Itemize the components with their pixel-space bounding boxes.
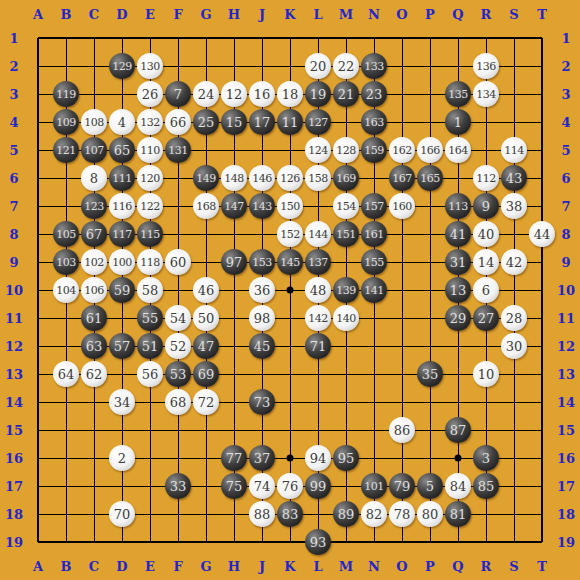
stone-black-C5[interactable]: 107 [81,137,107,163]
column-label-bottom-B: B [61,560,72,573]
move-number: 3 [482,452,490,465]
stone-black-R16[interactable]: 3 [473,445,499,471]
stone-white-C4[interactable]: 108 [81,109,107,135]
stone-black-B3[interactable]: 119 [53,81,79,107]
move-number: 167 [392,173,412,184]
stone-white-G7[interactable]: 168 [193,193,219,219]
move-number: 24 [198,88,215,101]
stone-white-M5[interactable]: 128 [333,137,359,163]
stone-white-Q17[interactable]: 84 [445,473,471,499]
stone-white-J18[interactable]: 88 [249,501,275,527]
column-label-top-A: A [33,8,43,21]
stone-white-R10[interactable]: 6 [473,277,499,303]
move-number: 45 [254,340,271,353]
row-label-right-17: 17 [557,480,575,493]
move-number: 143 [252,201,272,212]
move-number: 47 [198,340,215,353]
move-number: 13 [450,284,467,297]
move-number: 131 [168,145,188,156]
move-number: 6 [482,284,490,297]
stone-black-D2[interactable]: 129 [109,53,135,79]
move-number: 152 [280,229,300,240]
move-number: 17 [254,116,271,129]
stone-black-F17[interactable]: 33 [165,473,191,499]
stone-white-F4[interactable]: 66 [165,109,191,135]
stone-black-C8[interactable]: 67 [81,221,107,247]
column-label-bottom-N: N [368,560,380,573]
stone-black-K4[interactable]: 11 [277,109,303,135]
stone-black-J16[interactable]: 37 [249,445,275,471]
row-label-left-11: 11 [5,312,23,325]
stone-black-M8[interactable]: 151 [333,221,359,247]
move-number: 88 [254,508,271,521]
move-number: 119 [56,89,76,100]
move-number: 153 [252,257,272,268]
stone-white-N18[interactable]: 82 [361,501,387,527]
stone-black-L17[interactable]: 99 [305,473,331,499]
move-number: 11 [282,116,299,129]
stone-white-K17[interactable]: 76 [277,473,303,499]
stone-white-J3[interactable]: 16 [249,81,275,107]
stone-white-L8[interactable]: 144 [305,221,331,247]
stone-white-K7[interactable]: 150 [277,193,303,219]
stone-white-C9[interactable]: 102 [81,249,107,275]
stone-white-K3[interactable]: 18 [277,81,303,107]
row-label-left-16: 16 [5,452,23,465]
move-number: 15 [226,116,243,129]
stone-white-F9[interactable]: 60 [165,249,191,275]
stone-black-F13[interactable]: 53 [165,361,191,387]
stone-white-R8[interactable]: 40 [473,221,499,247]
row-label-left-13: 13 [5,368,23,381]
move-number: 101 [364,481,384,492]
move-number: 86 [394,424,411,437]
stone-black-D8[interactable]: 117 [109,221,135,247]
move-number: 70 [114,508,131,521]
row-label-left-2: 2 [9,60,18,73]
stone-black-D10[interactable]: 59 [109,277,135,303]
stone-black-N17[interactable]: 101 [361,473,387,499]
row-label-left-15: 15 [5,424,23,437]
stone-black-J4[interactable]: 17 [249,109,275,135]
stone-white-D7[interactable]: 116 [109,193,135,219]
stone-white-M7[interactable]: 154 [333,193,359,219]
stone-white-E2[interactable]: 130 [137,53,163,79]
move-number: 61 [86,312,103,325]
stone-white-J10[interactable]: 36 [249,277,275,303]
column-label-bottom-O: O [396,560,407,573]
stone-white-R2[interactable]: 136 [473,53,499,79]
move-number: 149 [196,173,216,184]
stone-white-R3[interactable]: 134 [473,81,499,107]
stone-black-O6[interactable]: 167 [389,165,415,191]
move-number: 31 [450,256,467,269]
stone-white-O15[interactable]: 86 [389,417,415,443]
move-number: 106 [84,285,104,296]
stone-black-N10[interactable]: 141 [361,277,387,303]
stone-white-G11[interactable]: 50 [193,305,219,331]
stone-white-C6[interactable]: 8 [81,165,107,191]
stone-white-J17[interactable]: 74 [249,473,275,499]
move-number: 163 [364,117,384,128]
stone-black-Q3[interactable]: 135 [445,81,471,107]
move-number: 21 [338,88,355,101]
move-number: 36 [254,284,271,297]
move-number: 127 [308,117,328,128]
move-number: 94 [310,452,327,465]
stone-white-E9[interactable]: 118 [137,249,163,275]
move-number: 110 [140,145,160,156]
move-number: 66 [170,116,187,129]
stone-white-R6[interactable]: 112 [473,165,499,191]
stone-black-H17[interactable]: 75 [221,473,247,499]
column-label-top-G: G [200,8,211,21]
stone-white-G10[interactable]: 46 [193,277,219,303]
stone-white-H6[interactable]: 148 [221,165,247,191]
stone-black-G13[interactable]: 69 [193,361,219,387]
move-number: 54 [170,312,187,325]
move-number: 139 [336,285,356,296]
stone-black-Q11[interactable]: 29 [445,305,471,331]
stone-white-R13[interactable]: 10 [473,361,499,387]
stone-white-L6[interactable]: 158 [305,165,331,191]
stone-black-N7[interactable]: 157 [361,193,387,219]
go-board[interactable]: AABBCCDDEEFFGGHHJJKKLLMMNNOOPPQQRRSSTT11… [0,0,580,580]
stone-white-D4[interactable]: 4 [109,109,135,135]
move-number: 64 [58,368,75,381]
move-number: 41 [450,228,467,241]
column-label-top-T: T [537,8,547,21]
move-number: 112 [476,173,496,184]
stone-black-M16[interactable]: 95 [333,445,359,471]
move-number: 168 [196,201,216,212]
row-label-left-7: 7 [9,200,18,213]
stone-black-G4[interactable]: 25 [193,109,219,135]
stone-black-L4[interactable]: 127 [305,109,331,135]
move-number: 53 [170,368,187,381]
column-label-top-H: H [228,8,240,21]
move-number: 158 [308,173,328,184]
row-label-right-1: 1 [561,32,570,45]
stone-white-D18[interactable]: 70 [109,501,135,527]
move-number: 67 [86,228,103,241]
column-label-bottom-J: J [259,560,265,573]
column-label-bottom-K: K [284,560,295,573]
move-number: 73 [254,396,271,409]
stone-black-N8[interactable]: 161 [361,221,387,247]
stone-black-H9[interactable]: 97 [221,249,247,275]
move-number: 27 [478,312,495,325]
move-number: 16 [254,88,271,101]
move-number: 65 [114,144,131,157]
stone-black-Q15[interactable]: 87 [445,417,471,443]
stone-black-Q9[interactable]: 31 [445,249,471,275]
move-number: 23 [366,88,383,101]
move-number: 40 [478,228,495,241]
stone-white-S7[interactable]: 38 [501,193,527,219]
column-label-bottom-M: M [339,560,353,573]
stone-black-G12[interactable]: 47 [193,333,219,359]
row-label-right-8: 8 [561,228,570,241]
move-number: 25 [198,116,215,129]
move-number: 34 [114,396,131,409]
stone-black-J7[interactable]: 143 [249,193,275,219]
move-number: 98 [254,312,271,325]
move-number: 19 [310,88,327,101]
stone-black-R17[interactable]: 85 [473,473,499,499]
move-number: 42 [506,256,523,269]
move-number: 8 [90,172,98,185]
row-label-right-16: 16 [557,452,575,465]
stone-black-Q10[interactable]: 13 [445,277,471,303]
move-number: 111 [112,173,132,184]
row-label-left-6: 6 [9,172,18,185]
stone-white-S12[interactable]: 30 [501,333,527,359]
star-point-K16 [287,455,294,462]
stone-white-T8[interactable]: 44 [529,221,555,247]
stone-black-N5[interactable]: 159 [361,137,387,163]
stone-white-O5[interactable]: 162 [389,137,415,163]
column-label-top-B: B [61,8,72,21]
move-number: 162 [392,145,412,156]
stone-black-L3[interactable]: 19 [305,81,331,107]
move-number: 5 [426,480,434,493]
stone-white-E3[interactable]: 26 [137,81,163,107]
stone-black-K18[interactable]: 83 [277,501,303,527]
move-number: 154 [336,201,356,212]
move-number: 89 [338,508,355,521]
stone-black-E11[interactable]: 55 [137,305,163,331]
stone-black-B8[interactable]: 105 [53,221,79,247]
stone-black-D5[interactable]: 65 [109,137,135,163]
stone-black-H4[interactable]: 15 [221,109,247,135]
stone-black-M10[interactable]: 139 [333,277,359,303]
move-number: 104 [56,285,76,296]
move-number: 81 [450,508,467,521]
stone-black-Q7[interactable]: 113 [445,193,471,219]
column-label-bottom-P: P [425,560,435,573]
move-number: 146 [252,173,272,184]
move-number: 74 [254,480,271,493]
stone-black-E8[interactable]: 115 [137,221,163,247]
stone-white-J6[interactable]: 146 [249,165,275,191]
stone-black-H7[interactable]: 147 [221,193,247,219]
move-number: 169 [336,173,356,184]
move-number: 50 [198,312,215,325]
stone-white-B13[interactable]: 64 [53,361,79,387]
stone-white-M2[interactable]: 22 [333,53,359,79]
stone-white-F12[interactable]: 52 [165,333,191,359]
stone-white-E5[interactable]: 110 [137,137,163,163]
move-number: 135 [448,89,468,100]
stone-black-B9[interactable]: 103 [53,249,79,275]
stone-white-S9[interactable]: 42 [501,249,527,275]
stone-black-C7[interactable]: 123 [81,193,107,219]
stone-black-L19[interactable]: 93 [305,529,331,555]
stone-white-F14[interactable]: 68 [165,389,191,415]
stone-black-K9[interactable]: 145 [277,249,303,275]
move-number: 84 [450,480,467,493]
stone-black-M3[interactable]: 21 [333,81,359,107]
stone-black-D12[interactable]: 57 [109,333,135,359]
column-label-bottom-H: H [228,560,240,573]
stone-white-O7[interactable]: 160 [389,193,415,219]
stone-black-M6[interactable]: 169 [333,165,359,191]
move-number: 75 [226,480,243,493]
move-number: 10 [478,368,495,381]
stone-black-J12[interactable]: 45 [249,333,275,359]
stone-black-J9[interactable]: 153 [249,249,275,275]
column-label-top-N: N [368,8,380,21]
stone-black-N2[interactable]: 133 [361,53,387,79]
move-number: 144 [308,229,328,240]
move-number: 105 [56,229,76,240]
row-label-right-12: 12 [557,340,575,353]
move-number: 20 [310,60,327,73]
move-number: 79 [394,480,411,493]
row-label-right-4: 4 [561,116,570,129]
move-number: 87 [450,424,467,437]
stone-black-E12[interactable]: 51 [137,333,163,359]
stone-white-H3[interactable]: 12 [221,81,247,107]
stone-black-B5[interactable]: 121 [53,137,79,163]
stone-white-D16[interactable]: 2 [109,445,135,471]
move-number: 140 [336,313,356,324]
move-number: 78 [394,508,411,521]
move-number: 102 [84,257,104,268]
move-number: 116 [112,201,132,212]
stone-black-N4[interactable]: 163 [361,109,387,135]
stone-white-R9[interactable]: 14 [473,249,499,275]
move-number: 164 [448,145,468,156]
move-number: 157 [364,201,384,212]
stone-black-N3[interactable]: 23 [361,81,387,107]
stone-black-L9[interactable]: 137 [305,249,331,275]
row-label-left-1: 1 [9,32,18,45]
stone-white-L2[interactable]: 20 [305,53,331,79]
move-number: 95 [338,452,355,465]
move-number: 59 [114,284,131,297]
move-number: 126 [280,173,300,184]
stone-black-S6[interactable]: 43 [501,165,527,191]
move-number: 113 [448,201,468,212]
stone-white-C10[interactable]: 106 [81,277,107,303]
stone-white-E4[interactable]: 132 [137,109,163,135]
move-number: 72 [198,396,215,409]
column-label-top-S: S [509,8,518,21]
stone-black-G6[interactable]: 149 [193,165,219,191]
stone-white-O18[interactable]: 78 [389,501,415,527]
stone-white-L11[interactable]: 142 [305,305,331,331]
stone-white-J11[interactable]: 98 [249,305,275,331]
move-number: 71 [310,340,327,353]
stone-black-M18[interactable]: 89 [333,501,359,527]
move-number: 52 [170,340,187,353]
stone-black-C12[interactable]: 63 [81,333,107,359]
move-number: 33 [170,480,187,493]
stone-white-E10[interactable]: 58 [137,277,163,303]
stone-black-L12[interactable]: 71 [305,333,331,359]
stone-black-R7[interactable]: 9 [473,193,499,219]
stone-black-Q8[interactable]: 41 [445,221,471,247]
move-number: 93 [310,536,327,549]
stone-white-E7[interactable]: 122 [137,193,163,219]
move-number: 103 [56,257,76,268]
stone-white-K8[interactable]: 152 [277,221,303,247]
stone-white-L16[interactable]: 94 [305,445,331,471]
stone-white-M11[interactable]: 140 [333,305,359,331]
stone-black-O17[interactable]: 79 [389,473,415,499]
stone-black-B4[interactable]: 109 [53,109,79,135]
stone-white-S5[interactable]: 114 [501,137,527,163]
move-number: 100 [112,257,132,268]
move-number: 1 [454,116,462,129]
move-number: 147 [224,201,244,212]
stone-black-R11[interactable]: 27 [473,305,499,331]
move-number: 129 [112,61,132,72]
stone-black-F3[interactable]: 7 [165,81,191,107]
stone-white-G3[interactable]: 24 [193,81,219,107]
stone-white-P5[interactable]: 166 [417,137,443,163]
stone-black-C11[interactable]: 61 [81,305,107,331]
stone-black-P17[interactable]: 5 [417,473,443,499]
stone-white-C13[interactable]: 62 [81,361,107,387]
move-number: 4 [118,116,126,129]
move-number: 166 [420,145,440,156]
stone-black-Q4[interactable]: 1 [445,109,471,135]
stone-white-D14[interactable]: 34 [109,389,135,415]
stone-black-F5[interactable]: 131 [165,137,191,163]
stone-white-S11[interactable]: 28 [501,305,527,331]
move-number: 150 [280,201,300,212]
stone-black-N9[interactable]: 155 [361,249,387,275]
star-point-Q16 [455,455,462,462]
column-label-bottom-E: E [145,560,155,573]
stone-white-E13[interactable]: 56 [137,361,163,387]
stone-white-K6[interactable]: 126 [277,165,303,191]
stone-white-G14[interactable]: 72 [193,389,219,415]
star-point-K10 [287,287,294,294]
stone-black-D6[interactable]: 111 [109,165,135,191]
stone-white-L10[interactable]: 48 [305,277,331,303]
stone-white-L5[interactable]: 124 [305,137,331,163]
stone-black-P6[interactable]: 165 [417,165,443,191]
stone-black-J14[interactable]: 73 [249,389,275,415]
row-label-right-14: 14 [557,396,575,409]
move-number: 123 [84,201,104,212]
stone-white-Q5[interactable]: 164 [445,137,471,163]
row-label-left-4: 4 [9,116,18,129]
stone-white-D9[interactable]: 100 [109,249,135,275]
stone-black-P13[interactable]: 35 [417,361,443,387]
stone-white-E6[interactable]: 120 [137,165,163,191]
stone-white-F11[interactable]: 54 [165,305,191,331]
row-label-right-7: 7 [561,200,570,213]
row-label-right-18: 18 [557,508,575,521]
move-number: 2 [118,452,126,465]
stone-black-Q18[interactable]: 81 [445,501,471,527]
move-number: 68 [170,396,187,409]
move-number: 60 [170,256,187,269]
move-number: 151 [336,229,356,240]
column-label-top-J: J [259,8,265,21]
stone-white-B10[interactable]: 104 [53,277,79,303]
row-label-left-12: 12 [5,340,23,353]
stone-white-P18[interactable]: 80 [417,501,443,527]
move-number: 12 [226,88,243,101]
stone-black-H16[interactable]: 77 [221,445,247,471]
row-label-right-19: 19 [557,536,575,549]
